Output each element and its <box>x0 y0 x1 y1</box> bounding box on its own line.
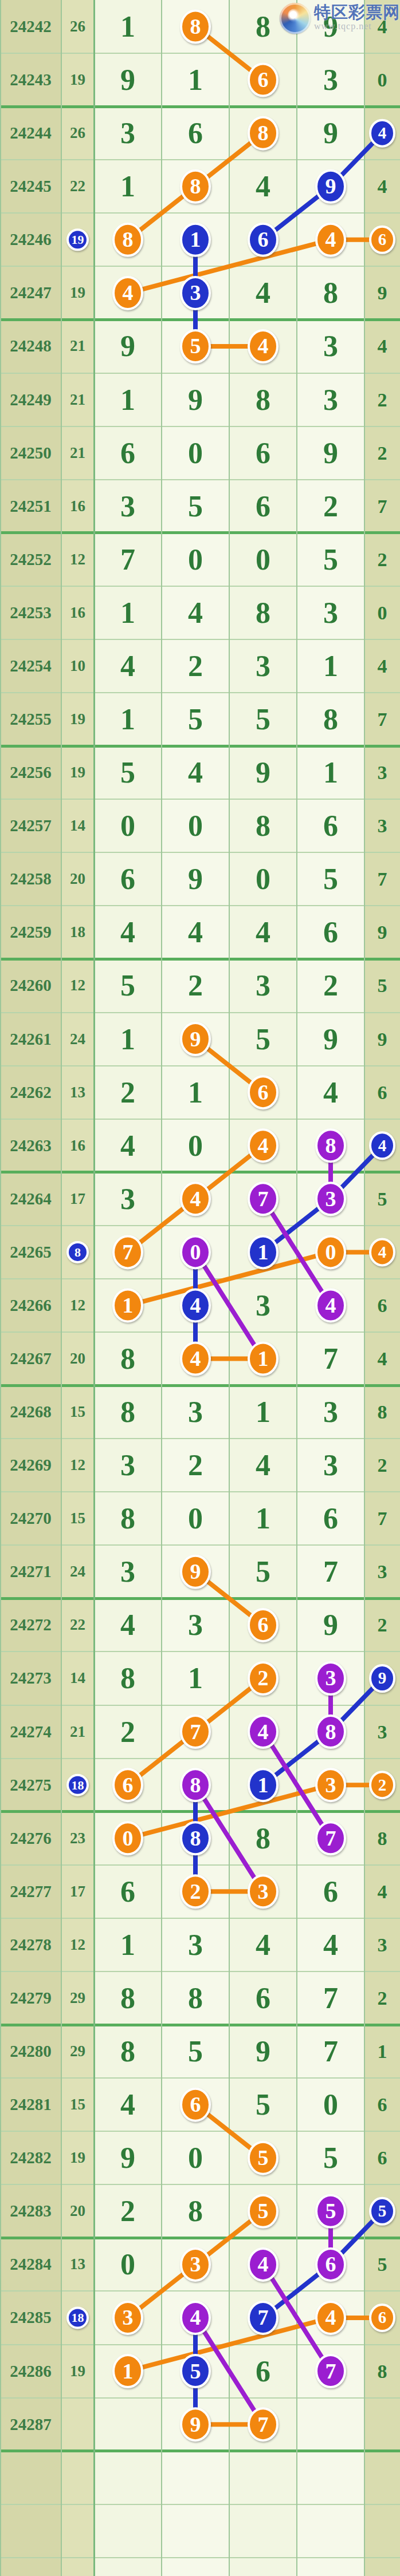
digit-value: 5 <box>229 2078 297 2131</box>
digit-value: 1 <box>94 160 162 213</box>
digit-value: 4 <box>229 160 297 213</box>
digit-value: 3 <box>94 480 162 533</box>
sum-value: 24 <box>61 1545 94 1598</box>
special-number: 9 <box>364 906 400 959</box>
period-label: 24244 <box>0 106 61 160</box>
period-label: 24247 <box>0 266 61 319</box>
sum-value: 15 <box>61 1385 94 1439</box>
digit-value: 3 <box>297 586 364 639</box>
digit-value: 5 <box>297 2131 364 2184</box>
digit-value: 7 <box>297 1545 364 1598</box>
digit-value: 8 <box>94 2025 162 2078</box>
digit-value: 3 <box>297 319 364 373</box>
digit-value: 1 <box>229 1492 297 1545</box>
period-label: 24252 <box>0 533 61 586</box>
sum-value: 19 <box>61 266 94 319</box>
digit-value: 3 <box>229 1865 297 1918</box>
digit-value: 8 <box>229 106 297 160</box>
digit-value: 9 <box>162 373 229 426</box>
digit-value: 4 <box>94 1119 162 1172</box>
grid-cells-layer: 2424226188942424319916302424426368942424… <box>0 0 400 2576</box>
sum-value: 8 <box>61 1226 94 1279</box>
special-number: 2 <box>364 1439 400 1492</box>
sum-value: 13 <box>61 2238 94 2291</box>
special-number: 2 <box>364 426 400 480</box>
digit-value: 1 <box>162 53 229 106</box>
digit-value: 6 <box>229 2345 297 2398</box>
digit-value: 9 <box>297 106 364 160</box>
period-label: 24269 <box>0 1439 61 1492</box>
digit-value: 6 <box>229 426 297 480</box>
digit-value: 9 <box>297 1598 364 1652</box>
digit-value: 4 <box>162 586 229 639</box>
sum-value: 18 <box>61 2291 94 2344</box>
digit-value: 8 <box>162 160 229 213</box>
digit-value: 3 <box>297 1385 364 1439</box>
sum-value: 21 <box>61 426 94 480</box>
digit-value: 6 <box>162 106 229 160</box>
digit-value: 5 <box>162 319 229 373</box>
digit-value: 8 <box>94 1971 162 2025</box>
digit-value: 4 <box>94 2078 162 2131</box>
digit-value: 3 <box>94 1439 162 1492</box>
digit-value: 0 <box>162 1226 229 1279</box>
digit-value: 7 <box>297 1812 364 1865</box>
period-label: 24255 <box>0 693 61 746</box>
digit-value: 9 <box>162 2398 229 2451</box>
digit-value: 1 <box>229 1226 297 1279</box>
period-label: 24257 <box>0 799 61 852</box>
digit-value: 4 <box>229 319 297 373</box>
digit-value: 7 <box>94 1226 162 1279</box>
digit-value: 9 <box>229 746 297 799</box>
lottery-trend-chart-board: 2424226188942424319916302424426368942424… <box>0 0 400 2576</box>
sum-value: 19 <box>61 213 94 266</box>
digit-value: 9 <box>94 2131 162 2184</box>
special-number: 4 <box>364 1119 400 1172</box>
digit-value: 2 <box>162 1439 229 1492</box>
special-number: 3 <box>364 1545 400 1598</box>
digit-value: 5 <box>162 480 229 533</box>
digit-value: 6 <box>94 852 162 906</box>
period-label: 24259 <box>0 906 61 959</box>
digit-value: 3 <box>229 639 297 693</box>
digit-value: 0 <box>297 1226 364 1279</box>
digit-value: 9 <box>297 1013 364 1066</box>
period-label: 24276 <box>0 1812 61 1865</box>
special-number: 6 <box>364 2131 400 2184</box>
period-label: 24275 <box>0 1759 61 1812</box>
digit-value: 6 <box>229 213 297 266</box>
digit-value: 3 <box>297 1439 364 1492</box>
digit-value: 4 <box>162 1172 229 1226</box>
period-label: 24253 <box>0 586 61 639</box>
digit-value: 0 <box>162 1492 229 1545</box>
digit-value: 8 <box>94 1652 162 1705</box>
digit-value: 5 <box>297 852 364 906</box>
digit-value: 4 <box>229 1918 297 1971</box>
digit-value: 1 <box>94 1279 162 1332</box>
digit-value: 9 <box>94 53 162 106</box>
special-number: 6 <box>364 2078 400 2131</box>
digit-value: 8 <box>94 1385 162 1439</box>
digit-value: 5 <box>229 1013 297 1066</box>
sum-value: 16 <box>61 586 94 639</box>
digit-value: 2 <box>162 1865 229 1918</box>
digit-value: 6 <box>297 1492 364 1545</box>
digit-value: 1 <box>162 1066 229 1119</box>
special-number: 5 <box>364 1172 400 1226</box>
digit-value: 1 <box>229 1332 297 1385</box>
special-number: 9 <box>364 1652 400 1705</box>
digit-value: 8 <box>162 1812 229 1865</box>
special-number: 9 <box>364 266 400 319</box>
special-number: 7 <box>364 693 400 746</box>
sum-value: 20 <box>61 852 94 906</box>
digit-value: 6 <box>229 480 297 533</box>
digit-value: 3 <box>229 1279 297 1332</box>
digit-value: 8 <box>297 1705 364 1759</box>
digit-value: 3 <box>297 53 364 106</box>
period-label: 24250 <box>0 426 61 480</box>
digit-value: 0 <box>162 2131 229 2184</box>
digit-value: 4 <box>229 906 297 959</box>
period-label: 24280 <box>0 2025 61 2078</box>
sum-value: 12 <box>61 1918 94 1971</box>
special-number: 1 <box>364 2025 400 2078</box>
sum-value: 21 <box>61 373 94 426</box>
digit-value: 9 <box>162 852 229 906</box>
digit-value: 6 <box>297 2238 364 2291</box>
digit-value: 8 <box>229 1812 297 1865</box>
digit-value: 1 <box>229 1385 297 1439</box>
digit-value: 2 <box>297 959 364 1012</box>
digit-value: 0 <box>162 426 229 480</box>
special-number: 4 <box>364 1226 400 1279</box>
special-number: 6 <box>364 213 400 266</box>
digit-value: 5 <box>229 2131 297 2184</box>
digit-value: 3 <box>94 2291 162 2344</box>
sum-value: 23 <box>61 1812 94 1865</box>
digit-value: 6 <box>94 1759 162 1812</box>
period-label: 24265 <box>0 1226 61 1279</box>
digit-value: 3 <box>162 1918 229 1971</box>
period-label: 24270 <box>0 1492 61 1545</box>
sum-value: 12 <box>61 959 94 1012</box>
sum-value: 26 <box>61 106 94 160</box>
digit-value: 2 <box>94 1066 162 1119</box>
period-label: 24285 <box>0 2291 61 2344</box>
digit-value: 2 <box>162 639 229 693</box>
sum-value: 29 <box>61 1971 94 2025</box>
period-label: 24286 <box>0 2345 61 2398</box>
digit-value: 5 <box>162 693 229 746</box>
special-number: 4 <box>364 639 400 693</box>
digit-value: 0 <box>229 852 297 906</box>
digit-value: 5 <box>297 533 364 586</box>
site-watermark-text: 特区彩票网 www.tqcp.net <box>314 3 400 31</box>
digit-value: 3 <box>94 1172 162 1226</box>
period-label: 24262 <box>0 1066 61 1119</box>
period-label: 24282 <box>0 2131 61 2184</box>
period-label: 24263 <box>0 1119 61 1172</box>
digit-value: 6 <box>94 426 162 480</box>
sum-value: 12 <box>61 533 94 586</box>
special-number: 4 <box>364 319 400 373</box>
sum-value: 22 <box>61 1598 94 1652</box>
digit-value: 1 <box>94 0 162 53</box>
digit-value: 3 <box>297 373 364 426</box>
period-label: 24284 <box>0 2238 61 2291</box>
special-number: 3 <box>364 1705 400 1759</box>
period-label: 24258 <box>0 852 61 906</box>
digit-value: 7 <box>229 2398 297 2451</box>
digit-value: 1 <box>94 586 162 639</box>
sum-value: 19 <box>61 2131 94 2184</box>
special-number: 4 <box>364 1332 400 1385</box>
digit-value: 7 <box>297 2025 364 2078</box>
digit-value: 0 <box>297 2078 364 2131</box>
period-label: 24245 <box>0 160 61 213</box>
digit-value: 4 <box>229 266 297 319</box>
sum-value: 19 <box>61 2345 94 2398</box>
digit-value: 0 <box>94 1812 162 1865</box>
digit-value: 5 <box>162 2345 229 2398</box>
period-label: 24277 <box>0 1865 61 1918</box>
special-number: 2 <box>364 373 400 426</box>
digit-value: 4 <box>229 1439 297 1492</box>
digit-value: 4 <box>162 906 229 959</box>
sum-value: 19 <box>61 53 94 106</box>
digit-value: 8 <box>162 1759 229 1812</box>
digit-value: 5 <box>162 2025 229 2078</box>
digit-value: 8 <box>297 1119 364 1172</box>
period-label: 24248 <box>0 319 61 373</box>
digit-value: 9 <box>297 426 364 480</box>
digit-value: 9 <box>94 319 162 373</box>
digit-value: 4 <box>162 1332 229 1385</box>
digit-value: 6 <box>94 1865 162 1918</box>
sum-value: 15 <box>61 1492 94 1545</box>
period-label: 24266 <box>0 1279 61 1332</box>
special-number: 7 <box>364 480 400 533</box>
digit-value: 2 <box>94 2184 162 2238</box>
digit-value: 6 <box>297 1865 364 1918</box>
digit-value: 9 <box>229 2025 297 2078</box>
period-label: 24243 <box>0 53 61 106</box>
special-number: 3 <box>364 1918 400 1971</box>
period-label: 24260 <box>0 959 61 1012</box>
sum-value: 13 <box>61 1066 94 1119</box>
special-number: 9 <box>364 1013 400 1066</box>
digit-value: 2 <box>297 480 364 533</box>
digit-value: 3 <box>229 959 297 1012</box>
digit-value: 0 <box>94 2238 162 2291</box>
digit-value: 1 <box>94 373 162 426</box>
digit-value: 4 <box>297 1279 364 1332</box>
digit-value: 7 <box>297 1971 364 2025</box>
sum-value: 19 <box>61 693 94 746</box>
digit-value: 4 <box>162 746 229 799</box>
digit-value: 4 <box>162 1279 229 1332</box>
digit-value: 0 <box>162 533 229 586</box>
digit-value: 4 <box>229 2238 297 2291</box>
digit-value: 8 <box>297 693 364 746</box>
digit-value: 8 <box>94 1492 162 1545</box>
digit-value: 6 <box>229 1971 297 2025</box>
sum-value: 12 <box>61 1279 94 1332</box>
special-number: 2 <box>364 1598 400 1652</box>
digit-value: 1 <box>297 639 364 693</box>
sum-value: 22 <box>61 160 94 213</box>
sum-value: 12 <box>61 1439 94 1492</box>
digit-value: 1 <box>94 1918 162 1971</box>
period-label: 24256 <box>0 746 61 799</box>
special-number: 4 <box>364 106 400 160</box>
period-label: 24242 <box>0 0 61 53</box>
sum-value: 10 <box>61 639 94 693</box>
digit-value: 6 <box>297 906 364 959</box>
special-number: 5 <box>364 2184 400 2238</box>
period-label: 24279 <box>0 1971 61 2025</box>
special-number: 6 <box>364 1279 400 1332</box>
period-label: 24264 <box>0 1172 61 1226</box>
period-label: 24251 <box>0 480 61 533</box>
special-number: 0 <box>364 586 400 639</box>
sum-value <box>61 2398 94 2451</box>
special-number: 5 <box>364 959 400 1012</box>
period-label: 24287 <box>0 2398 61 2451</box>
period-label: 24261 <box>0 1013 61 1066</box>
digit-value: 8 <box>297 266 364 319</box>
digit-value: 3 <box>297 1652 364 1705</box>
sum-value: 29 <box>61 2025 94 2078</box>
period-label: 24268 <box>0 1385 61 1439</box>
period-label: 24272 <box>0 1598 61 1652</box>
digit-value: 4 <box>297 213 364 266</box>
digit-value: 3 <box>162 1598 229 1652</box>
digit-value: 3 <box>297 1759 364 1812</box>
site-url: www.tqcp.net <box>314 21 400 31</box>
digit-value: 4 <box>94 266 162 319</box>
digit-value: 7 <box>229 2291 297 2344</box>
special-number: 4 <box>364 1865 400 1918</box>
digit-value: 1 <box>94 1013 162 1066</box>
period-label: 24283 <box>0 2184 61 2238</box>
sum-value: 19 <box>61 746 94 799</box>
site-watermark: 特区彩票网 www.tqcp.net <box>280 3 400 34</box>
sum-value: 18 <box>61 1759 94 1812</box>
sum-value: 18 <box>61 906 94 959</box>
digit-value: 7 <box>297 1332 364 1385</box>
digit-value: 6 <box>162 2078 229 2131</box>
digit-value: 1 <box>229 1759 297 1812</box>
digit-value: 0 <box>162 1119 229 1172</box>
digit-value: 4 <box>297 1918 364 1971</box>
period-label: 24246 <box>0 213 61 266</box>
digit-value: 2 <box>162 959 229 1012</box>
digit-value: 5 <box>229 1545 297 1598</box>
digit-value: 4 <box>94 1598 162 1652</box>
sum-value: 14 <box>61 1652 94 1705</box>
digit-value: 0 <box>94 799 162 852</box>
period-label: 24271 <box>0 1545 61 1598</box>
digit-value: 1 <box>297 746 364 799</box>
digit-value: 4 <box>162 2291 229 2344</box>
digit-value: 9 <box>162 1545 229 1598</box>
special-number: 2 <box>364 533 400 586</box>
digit-value: 3 <box>162 2238 229 2291</box>
period-label: 24274 <box>0 1705 61 1759</box>
digit-value: 5 <box>297 2184 364 2238</box>
special-number: 8 <box>364 2345 400 2398</box>
sum-value: 24 <box>61 1013 94 1066</box>
sum-value: 20 <box>61 2184 94 2238</box>
period-label: 24281 <box>0 2078 61 2131</box>
special-number: 3 <box>364 799 400 852</box>
digit-value: 2 <box>229 1652 297 1705</box>
digit-value: 4 <box>94 906 162 959</box>
digit-value: 5 <box>94 959 162 1012</box>
special-number: 0 <box>364 53 400 106</box>
digit-value: 2 <box>94 1705 162 1759</box>
digit-value: 3 <box>297 1172 364 1226</box>
digit-value: 4 <box>229 1705 297 1759</box>
digit-value: 5 <box>94 746 162 799</box>
site-name: 特区彩票网 <box>314 3 400 21</box>
digit-value: 8 <box>229 373 297 426</box>
special-number: 3 <box>364 746 400 799</box>
special-number: 7 <box>364 852 400 906</box>
digit-value: 0 <box>229 533 297 586</box>
digit-value: 6 <box>297 799 364 852</box>
digit-value: 1 <box>162 213 229 266</box>
digit-value: 4 <box>297 2291 364 2344</box>
digit-value: 8 <box>229 799 297 852</box>
digit-value: 6 <box>229 1066 297 1119</box>
digit-value: 3 <box>94 106 162 160</box>
sum-value: 15 <box>61 2078 94 2131</box>
digit-value: 8 <box>94 213 162 266</box>
sum-value: 17 <box>61 1172 94 1226</box>
digit-value: 1 <box>94 693 162 746</box>
digit-value: 8 <box>94 1332 162 1385</box>
sum-value: 21 <box>61 319 94 373</box>
period-label: 24254 <box>0 639 61 693</box>
digit-value: 8 <box>162 2184 229 2238</box>
sum-value: 16 <box>61 480 94 533</box>
sum-value: 21 <box>61 1705 94 1759</box>
digit-value: 8 <box>162 0 229 53</box>
digit-value: 3 <box>94 1545 162 1598</box>
digit-value: 8 <box>229 586 297 639</box>
period-label: 24273 <box>0 1652 61 1705</box>
special-number: 2 <box>364 1971 400 2025</box>
site-logo-swirl-icon <box>280 3 311 34</box>
special-number: 8 <box>364 1812 400 1865</box>
digit-value: 3 <box>162 266 229 319</box>
digit-value: 5 <box>229 2184 297 2238</box>
digit-value: 6 <box>229 53 297 106</box>
digit-value: 7 <box>94 533 162 586</box>
digit-value: 4 <box>94 639 162 693</box>
digit-value: 7 <box>162 1705 229 1759</box>
special-number: 4 <box>364 160 400 213</box>
digit-value: 4 <box>297 1066 364 1119</box>
digit-value: 9 <box>162 1013 229 1066</box>
sum-value: 26 <box>61 0 94 53</box>
special-number: 7 <box>364 1492 400 1545</box>
